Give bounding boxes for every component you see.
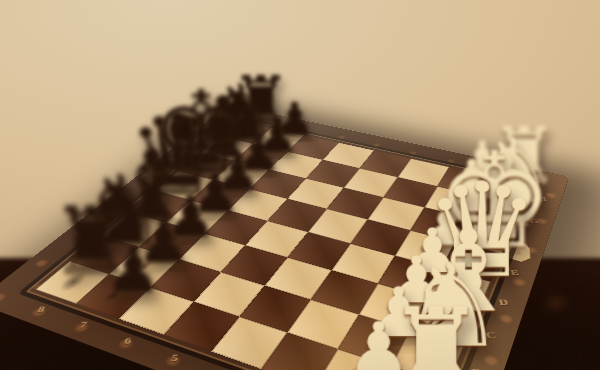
rank-label-6: 6 [118,334,138,346]
square-a1[interactable]: ♜ [370,367,447,370]
chess-set-photo: ♜♞♝♛♚♝♞♜♟♟♟♟♟♟♟♟♟♟♟♟♟♟♟♟♜♞♝♛♚♝♞♜ 1234567… [0,0,600,370]
white-rook-a1[interactable]: ♜ [336,293,537,370]
black-pawn-a7[interactable]: ♟ [48,239,218,303]
chess-board: ♜♞♝♛♚♝♞♜♟♟♟♟♟♟♟♟♟♟♟♟♟♟♟♟♜♞♝♛♚♝♞♜ 1234567… [0,104,569,370]
board-grid: ♜♞♝♛♚♝♞♜♟♟♟♟♟♟♟♟♟♟♟♟♟♟♟♟♜♞♝♛♚♝♞♜ [36,121,531,370]
rank-label-5: 5 [165,351,185,364]
square-a7[interactable]: ♟ [76,274,150,319]
rank-label-8: 8 [31,304,52,315]
square-a5[interactable] [164,302,240,352]
perspective-scene: ♜♞♝♛♚♝♞♜♟♟♟♟♟♟♟♟♟♟♟♟♟♟♟♟♜♞♝♛♚♝♞♜ 1234567… [0,0,600,370]
board-frame: ♜♞♝♛♚♝♞♜♟♟♟♟♟♟♟♟♟♟♟♟♟♟♟♟♜♞♝♛♚♝♞♜ 1234567… [0,104,569,370]
rank-label-7: 7 [73,319,94,330]
